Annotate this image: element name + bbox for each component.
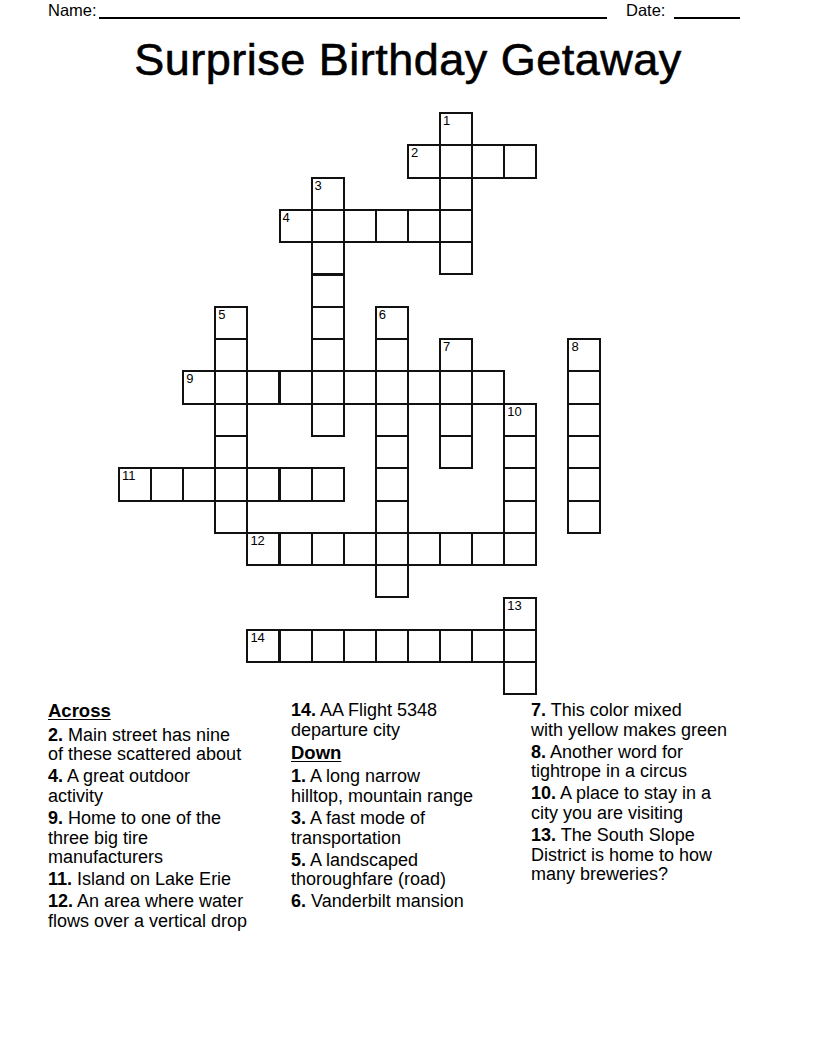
clue-7: 7. This color mixed with yellow makes gr… <box>531 701 771 740</box>
grid-cell[interactable]: 13 <box>503 597 537 631</box>
grid-cell[interactable]: 8 <box>567 338 601 372</box>
grid-cell[interactable] <box>439 403 473 437</box>
grid-cell[interactable] <box>214 403 248 437</box>
grid-cell[interactable] <box>375 564 409 598</box>
grid-cell[interactable] <box>311 532 345 566</box>
clue-text: The South Slope District is home to how … <box>531 825 712 884</box>
grid-cell[interactable]: 7 <box>439 338 473 372</box>
grid-cell[interactable] <box>471 144 505 178</box>
clue-12: 12. An area where water flows over a ver… <box>48 892 288 931</box>
date-label: Date: <box>626 1 665 19</box>
clue-column-right: 7. This color mixed with yellow makes gr… <box>531 701 771 887</box>
clue-number: 10 <box>507 405 521 419</box>
grid-cell[interactable] <box>214 500 248 534</box>
grid-cell[interactable] <box>311 274 345 308</box>
grid-cell[interactable] <box>471 370 505 404</box>
grid-cell[interactable] <box>407 209 441 243</box>
grid-cell[interactable]: 2 <box>407 144 441 178</box>
grid-cell[interactable] <box>311 370 345 404</box>
grid-cell[interactable] <box>375 435 409 469</box>
grid-cell[interactable] <box>311 629 345 663</box>
clue-number: 3 <box>315 179 322 193</box>
grid-cell[interactable] <box>375 500 409 534</box>
grid-cell[interactable] <box>311 467 345 501</box>
clue-number-label: 5. <box>291 850 306 870</box>
grid-cell[interactable] <box>375 370 409 404</box>
clue-text: A landscaped thoroughfare (road) <box>291 850 446 890</box>
clue-number-label: 11. <box>48 869 72 889</box>
grid-cell[interactable] <box>343 532 377 566</box>
clue-column-middle: 14. AA Flight 5348 departure cityDown1. … <box>291 701 528 914</box>
grid-cell[interactable] <box>214 338 248 372</box>
name-fill-line[interactable] <box>99 0 607 19</box>
grid-cell[interactable] <box>439 629 473 663</box>
clue-number: 5 <box>218 308 225 322</box>
clue-number: 7 <box>443 340 450 354</box>
grid-cell[interactable] <box>311 241 345 275</box>
clue-text: An area where water flows over a vertica… <box>48 891 247 931</box>
clue-number: 11 <box>122 469 136 483</box>
clue-number-label: 8. <box>531 742 546 762</box>
clue-text: A fast mode of transportation <box>291 808 425 848</box>
grid-cell[interactable] <box>439 532 473 566</box>
clue-number-label: 2. <box>48 725 63 745</box>
grid-cell[interactable] <box>279 467 313 501</box>
clue-number: 6 <box>379 308 386 322</box>
clue-number-label: 10. <box>531 783 556 803</box>
clue-text: A great outdoor activity <box>48 766 190 806</box>
clue-text: Another word for tightrope in a circus <box>531 742 687 782</box>
grid-cell[interactable] <box>407 370 441 404</box>
clue-4: 4. A great outdoor activity <box>48 767 288 806</box>
clue-text: A place to stay in a city you are visiti… <box>531 783 711 823</box>
grid-cell[interactable] <box>567 370 601 404</box>
clue-number-label: 12. <box>48 891 73 911</box>
clue-text: Main street has nine of these scattered … <box>48 725 241 765</box>
clue-number-label: 14. <box>291 700 316 720</box>
clue-2: 2. Main street has nine of these scatter… <box>48 726 288 765</box>
grid-cell[interactable]: 4 <box>279 209 313 243</box>
grid-cell[interactable] <box>503 629 537 663</box>
clue-number-label: 9. <box>48 808 63 828</box>
grid-cell[interactable] <box>246 370 280 404</box>
clue-text: Home to one of the three big tire manufa… <box>48 808 221 867</box>
grid-cell[interactable] <box>214 435 248 469</box>
clue-number-label: 3. <box>291 808 306 828</box>
clue-number: 14 <box>250 631 264 645</box>
grid-cell[interactable]: 5 <box>214 306 248 340</box>
grid-cell[interactable] <box>503 532 537 566</box>
grid-cell[interactable]: 12 <box>246 532 280 566</box>
clue-number: 9 <box>186 372 193 386</box>
grid-cell[interactable] <box>182 467 216 501</box>
grid-cell[interactable]: 1 <box>439 112 473 146</box>
grid-cell[interactable] <box>375 403 409 437</box>
clue-6: 6. Vanderbilt mansion <box>291 892 528 912</box>
grid-cell[interactable] <box>439 370 473 404</box>
grid-cell[interactable] <box>311 306 345 340</box>
page-title: Surprise Birthday Getaway <box>0 34 816 86</box>
clue-text: This color mixed with yellow makes green <box>531 700 727 740</box>
grid-cell[interactable] <box>311 338 345 372</box>
clue-column-left: Across2. Main street has nine of these s… <box>48 701 288 934</box>
grid-cell[interactable] <box>503 500 537 534</box>
grid-cell[interactable] <box>375 209 409 243</box>
clue-8: 8. Another word for tightrope in a circu… <box>531 743 771 782</box>
grid-cell[interactable] <box>503 144 537 178</box>
clue-5: 5. A landscaped thoroughfare (road) <box>291 851 528 890</box>
grid-cell[interactable] <box>439 209 473 243</box>
clue-11: 11. Island on Lake Erie <box>48 870 288 890</box>
across-header: Across <box>48 701 288 721</box>
clue-10: 10. A place to stay in a city you are vi… <box>531 784 771 823</box>
down-header: Down <box>291 743 528 763</box>
clue-text: Island on Lake Erie <box>72 869 231 889</box>
clue-number: 12 <box>250 534 264 548</box>
grid-cell[interactable] <box>279 370 313 404</box>
grid-cell[interactable] <box>214 467 248 501</box>
grid-cell[interactable] <box>567 435 601 469</box>
date-fill-line[interactable] <box>674 0 740 19</box>
grid-cell[interactable] <box>375 467 409 501</box>
grid-cell[interactable] <box>343 370 377 404</box>
grid-cell[interactable]: 6 <box>375 306 409 340</box>
clue-number: 2 <box>411 146 418 160</box>
clue-number: 1 <box>443 114 450 128</box>
grid-cell[interactable]: 14 <box>246 629 280 663</box>
grid-cell[interactable] <box>439 144 473 178</box>
grid-cell[interactable] <box>343 209 377 243</box>
clue-number-label: 6. <box>291 891 306 911</box>
clue-text: A long narrow hilltop, mountain range <box>291 766 473 806</box>
grid-cell[interactable] <box>311 403 345 437</box>
grid-cell[interactable] <box>471 532 505 566</box>
clue-14: 14. AA Flight 5348 departure city <box>291 701 528 740</box>
grid-cell[interactable] <box>279 532 313 566</box>
grid-cell[interactable]: 3 <box>311 177 345 211</box>
clue-number-label: 1. <box>291 766 306 786</box>
grid-cell[interactable] <box>471 629 505 663</box>
grid-cell[interactable] <box>375 532 409 566</box>
grid-cell[interactable] <box>567 403 601 437</box>
grid-cell[interactable] <box>503 661 537 695</box>
grid-cell[interactable] <box>503 435 537 469</box>
grid-cell[interactable] <box>246 467 280 501</box>
grid-cell[interactable] <box>375 338 409 372</box>
clue-number: 4 <box>283 211 290 225</box>
clue-number-label: 7. <box>531 700 546 720</box>
clue-number: 8 <box>571 340 578 354</box>
clue-3: 3. A fast mode of transportation <box>291 809 528 848</box>
grid-cell[interactable] <box>439 241 473 275</box>
grid-cell[interactable]: 11 <box>118 467 152 501</box>
clue-number-label: 13. <box>531 825 556 845</box>
grid-cell[interactable] <box>311 209 345 243</box>
grid-cell[interactable] <box>439 177 473 211</box>
clue-number: 13 <box>507 599 521 613</box>
clue-1: 1. A long narrow hilltop, mountain range <box>291 767 528 806</box>
grid-cell[interactable] <box>343 629 377 663</box>
clue-text: Vanderbilt mansion <box>306 891 464 911</box>
grid-cell[interactable] <box>567 467 601 501</box>
grid-cell[interactable] <box>407 532 441 566</box>
grid-cell[interactable] <box>214 370 248 404</box>
clue-13: 13. The South Slope District is home to … <box>531 826 771 885</box>
grid-cell[interactable]: 10 <box>503 403 537 437</box>
clue-9: 9. Home to one of the three big tire man… <box>48 809 288 868</box>
name-label: Name: <box>48 1 97 19</box>
grid-cell[interactable] <box>375 629 409 663</box>
clue-number-label: 4. <box>48 766 63 786</box>
grid-cell[interactable]: 9 <box>182 370 216 404</box>
grid-cell[interactable] <box>439 435 473 469</box>
grid-cell[interactable] <box>503 467 537 501</box>
grid-cell[interactable] <box>407 629 441 663</box>
grid-cell[interactable] <box>567 500 601 534</box>
crossword-grid: 1234567891011121314 <box>118 112 601 694</box>
grid-cell[interactable] <box>279 629 313 663</box>
grid-cell[interactable] <box>150 467 184 501</box>
